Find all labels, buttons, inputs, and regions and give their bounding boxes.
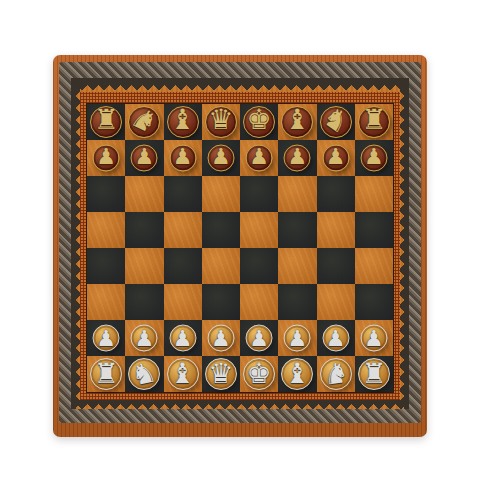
sawtooth-left-edge [71, 78, 80, 409]
square-b7[interactable]: ♟ [125, 140, 163, 176]
queen-icon: ♛ [208, 360, 233, 388]
square-h1[interactable]: ♜ [355, 356, 393, 392]
square-d7[interactable]: ♟ [202, 140, 240, 176]
silver-pawn-b2[interactable]: ♟ [125, 320, 163, 356]
board-field: ♜♞♝♛♚♝♞♜♟♟♟♟♟♟♟♟♟♟♟♟♟♟♟♟♜♞♝♛♚♝♞♜ [86, 103, 394, 393]
square-a2[interactable]: ♟ [87, 320, 125, 356]
square-e7[interactable]: ♟ [240, 140, 278, 176]
square-a1[interactable]: ♜ [87, 356, 125, 392]
square-h3[interactable] [355, 284, 393, 320]
pawn-icon: ♟ [364, 145, 384, 167]
square-b4[interactable] [125, 248, 163, 284]
pawn-icon: ♟ [211, 327, 231, 349]
knight-icon: ♞ [132, 106, 157, 134]
sawtooth-right-edge [400, 78, 409, 409]
square-e1[interactable]: ♚ [240, 356, 278, 392]
pawn-icon: ♟ [135, 327, 155, 349]
silver-knight-g1[interactable]: ♞ [317, 356, 355, 392]
square-b6[interactable] [125, 176, 163, 212]
square-c3[interactable] [164, 284, 202, 320]
pawn-icon: ♟ [364, 327, 384, 349]
square-e6[interactable] [240, 176, 278, 212]
gold-knight-g8[interactable]: ♞ [317, 104, 355, 140]
square-b8[interactable]: ♞ [125, 104, 163, 140]
gold-pawn-c7[interactable]: ♟ [164, 140, 202, 176]
gold-rook-h8[interactable]: ♜ [355, 104, 393, 140]
knight-icon: ♞ [323, 360, 348, 388]
square-f1[interactable]: ♝ [278, 356, 316, 392]
silver-pawn-f2[interactable]: ♟ [278, 320, 316, 356]
gold-bishop-f8[interactable]: ♝ [278, 104, 316, 140]
square-e3[interactable] [240, 284, 278, 320]
square-f7[interactable]: ♟ [278, 140, 316, 176]
square-d5[interactable] [202, 212, 240, 248]
square-g7[interactable]: ♟ [317, 140, 355, 176]
silver-bishop-c1[interactable]: ♝ [164, 356, 202, 392]
pawn-icon: ♟ [173, 145, 193, 167]
king-icon: ♚ [247, 360, 272, 388]
silver-king-e1[interactable]: ♚ [240, 356, 278, 392]
gold-king-e8[interactable]: ♚ [240, 104, 278, 140]
square-b2[interactable]: ♟ [125, 320, 163, 356]
gold-pawn-d7[interactable]: ♟ [202, 140, 240, 176]
silver-rook-h1[interactable]: ♜ [355, 356, 393, 392]
square-c1[interactable]: ♝ [164, 356, 202, 392]
square-a3[interactable] [87, 284, 125, 320]
square-g5[interactable] [317, 212, 355, 248]
silver-pawn-a2[interactable]: ♟ [87, 320, 125, 356]
square-g3[interactable] [317, 284, 355, 320]
square-h5[interactable] [355, 212, 393, 248]
knight-icon: ♞ [323, 106, 348, 134]
sawtooth-bottom-edge [71, 400, 409, 409]
pawn-icon: ♟ [96, 327, 116, 349]
sawtooth-top-edge [71, 78, 409, 92]
square-f3[interactable] [278, 284, 316, 320]
square-b1[interactable]: ♞ [125, 356, 163, 392]
frame-embossed-strip: ♜♞♝♛♚♝♞♜♟♟♟♟♟♟♟♟♟♟♟♟♟♟♟♟♜♞♝♛♚♝♞♜ [80, 92, 400, 400]
silver-pawn-h2[interactable]: ♟ [355, 320, 393, 356]
square-g1[interactable]: ♞ [317, 356, 355, 392]
square-h7[interactable]: ♟ [355, 140, 393, 176]
square-f5[interactable] [278, 212, 316, 248]
square-d2[interactable]: ♟ [202, 320, 240, 356]
rook-icon: ♜ [94, 106, 119, 134]
square-a6[interactable] [87, 176, 125, 212]
square-h6[interactable] [355, 176, 393, 212]
silver-rook-a1[interactable]: ♜ [87, 356, 125, 392]
square-c4[interactable] [164, 248, 202, 284]
square-c5[interactable] [164, 212, 202, 248]
silver-pawn-e2[interactable]: ♟ [240, 320, 278, 356]
silver-pawn-c2[interactable]: ♟ [164, 320, 202, 356]
square-c6[interactable] [164, 176, 202, 212]
square-g6[interactable] [317, 176, 355, 212]
gold-queen-d8[interactable]: ♛ [202, 104, 240, 140]
gold-rook-a8[interactable]: ♜ [87, 104, 125, 140]
silver-bishop-f1[interactable]: ♝ [278, 356, 316, 392]
pawn-icon: ♟ [173, 327, 193, 349]
square-g2[interactable]: ♟ [317, 320, 355, 356]
bishop-icon: ♝ [170, 106, 195, 134]
chessboard: ♜♞♝♛♚♝♞♜♟♟♟♟♟♟♟♟♟♟♟♟♟♟♟♟♜♞♝♛♚♝♞♜ [53, 55, 427, 437]
bishop-icon: ♝ [285, 360, 310, 388]
square-a8[interactable]: ♜ [87, 104, 125, 140]
square-b5[interactable] [125, 212, 163, 248]
square-b3[interactable] [125, 284, 163, 320]
bishop-icon: ♝ [170, 360, 195, 388]
pawn-icon: ♟ [96, 145, 116, 167]
square-f4[interactable] [278, 248, 316, 284]
square-e4[interactable] [240, 248, 278, 284]
square-d1[interactable]: ♛ [202, 356, 240, 392]
square-d8[interactable]: ♛ [202, 104, 240, 140]
pawn-icon: ♟ [135, 145, 155, 167]
square-e2[interactable]: ♟ [240, 320, 278, 356]
pawn-icon: ♟ [249, 327, 269, 349]
pawn-icon: ♟ [211, 145, 231, 167]
square-e5[interactable] [240, 212, 278, 248]
gold-knight-b8[interactable]: ♞ [125, 104, 163, 140]
queen-icon: ♛ [208, 106, 233, 134]
product-photo-background: { "game": "chess", "scene": "overhead-ph… [0, 0, 480, 480]
gold-pawn-e7[interactable]: ♟ [240, 140, 278, 176]
pawn-icon: ♟ [326, 145, 346, 167]
silver-pawn-g2[interactable]: ♟ [317, 320, 355, 356]
square-g8[interactable]: ♞ [317, 104, 355, 140]
square-a5[interactable] [87, 212, 125, 248]
bishop-icon: ♝ [285, 106, 310, 134]
square-c7[interactable]: ♟ [164, 140, 202, 176]
pawn-icon: ♟ [288, 327, 308, 349]
pawn-icon: ♟ [326, 327, 346, 349]
silver-knight-b1[interactable]: ♞ [125, 356, 163, 392]
gold-pawn-g7[interactable]: ♟ [317, 140, 355, 176]
knight-icon: ♞ [132, 360, 157, 388]
pawn-icon: ♟ [249, 145, 269, 167]
square-g4[interactable] [317, 248, 355, 284]
square-a7[interactable]: ♟ [87, 140, 125, 176]
square-d4[interactable] [202, 248, 240, 284]
pawn-icon: ♟ [288, 145, 308, 167]
rook-icon: ♜ [361, 106, 386, 134]
gold-pawn-b7[interactable]: ♟ [125, 140, 163, 176]
square-f8[interactable]: ♝ [278, 104, 316, 140]
square-c8[interactable]: ♝ [164, 104, 202, 140]
square-h4[interactable] [355, 248, 393, 284]
square-a4[interactable] [87, 248, 125, 284]
gold-pawn-h7[interactable]: ♟ [355, 140, 393, 176]
rook-icon: ♜ [94, 360, 119, 388]
square-h8[interactable]: ♜ [355, 104, 393, 140]
king-icon: ♚ [247, 106, 272, 134]
square-d3[interactable] [202, 284, 240, 320]
silver-queen-d1[interactable]: ♛ [202, 356, 240, 392]
square-f2[interactable]: ♟ [278, 320, 316, 356]
silver-pawn-d2[interactable]: ♟ [202, 320, 240, 356]
square-f6[interactable] [278, 176, 316, 212]
square-d6[interactable] [202, 176, 240, 212]
square-c2[interactable]: ♟ [164, 320, 202, 356]
frame-carved-band: ♜♞♝♛♚♝♞♜♟♟♟♟♟♟♟♟♟♟♟♟♟♟♟♟♜♞♝♛♚♝♞♜ [59, 62, 421, 423]
frame-sawtooth-band: ♜♞♝♛♚♝♞♜♟♟♟♟♟♟♟♟♟♟♟♟♟♟♟♟♜♞♝♛♚♝♞♜ [71, 78, 409, 409]
gold-pawn-a7[interactable]: ♟ [87, 140, 125, 176]
rook-icon: ♜ [361, 360, 386, 388]
gold-pawn-f7[interactable]: ♟ [278, 140, 316, 176]
gold-bishop-c8[interactable]: ♝ [164, 104, 202, 140]
square-h2[interactable]: ♟ [355, 320, 393, 356]
square-e8[interactable]: ♚ [240, 104, 278, 140]
